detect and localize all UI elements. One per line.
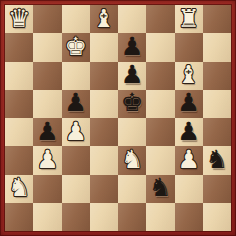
square-g2[interactable] xyxy=(175,175,203,203)
square-a1[interactable] xyxy=(5,203,33,231)
square-c8[interactable] xyxy=(62,5,90,33)
square-b7[interactable] xyxy=(33,33,61,61)
square-g8[interactable]: ♜ xyxy=(175,5,203,33)
square-c3[interactable] xyxy=(62,146,90,174)
square-g7[interactable] xyxy=(175,33,203,61)
square-c5[interactable]: ♟ xyxy=(62,90,90,118)
white-knight-piece[interactable]: ♞ xyxy=(121,147,143,172)
square-g4[interactable]: ♟ xyxy=(175,118,203,146)
white-bishop-piece[interactable]: ♝ xyxy=(93,6,115,31)
square-b4[interactable]: ♟ xyxy=(33,118,61,146)
square-h5[interactable] xyxy=(203,90,231,118)
square-h2[interactable] xyxy=(203,175,231,203)
square-c6[interactable] xyxy=(62,62,90,90)
black-pawn-piece[interactable]: ♟ xyxy=(64,90,86,115)
square-a4[interactable] xyxy=(5,118,33,146)
square-d2[interactable] xyxy=(90,175,118,203)
black-knight-piece[interactable]: ♞ xyxy=(149,175,171,200)
square-c4[interactable]: ♟ xyxy=(62,118,90,146)
square-b5[interactable] xyxy=(33,90,61,118)
square-e7[interactable]: ♟ xyxy=(118,33,146,61)
square-f6[interactable] xyxy=(146,62,174,90)
square-a8[interactable]: ♛ xyxy=(5,5,33,33)
square-c2[interactable] xyxy=(62,175,90,203)
square-c7[interactable]: ♚ xyxy=(62,33,90,61)
square-g6[interactable]: ♝ xyxy=(175,62,203,90)
square-b3[interactable]: ♟ xyxy=(33,146,61,174)
square-d6[interactable] xyxy=(90,62,118,90)
square-a7[interactable] xyxy=(5,33,33,61)
black-pawn-piece[interactable]: ♟ xyxy=(36,119,58,144)
black-king-piece[interactable]: ♚ xyxy=(121,90,143,115)
square-a6[interactable] xyxy=(5,62,33,90)
square-a3[interactable] xyxy=(5,146,33,174)
square-h7[interactable] xyxy=(203,33,231,61)
square-a5[interactable] xyxy=(5,90,33,118)
square-a2[interactable]: ♞ xyxy=(5,175,33,203)
square-e4[interactable] xyxy=(118,118,146,146)
square-f4[interactable] xyxy=(146,118,174,146)
white-queen-piece[interactable]: ♛ xyxy=(8,6,30,31)
square-g1[interactable] xyxy=(175,203,203,231)
square-f2[interactable]: ♞ xyxy=(146,175,174,203)
square-e2[interactable] xyxy=(118,175,146,203)
square-b6[interactable] xyxy=(33,62,61,90)
square-g5[interactable]: ♟ xyxy=(175,90,203,118)
square-e5[interactable]: ♚ xyxy=(118,90,146,118)
square-e8[interactable] xyxy=(118,5,146,33)
square-d7[interactable] xyxy=(90,33,118,61)
square-h4[interactable] xyxy=(203,118,231,146)
white-king-piece[interactable]: ♚ xyxy=(64,34,86,59)
white-knight-piece[interactable]: ♞ xyxy=(8,175,30,200)
square-h8[interactable] xyxy=(203,5,231,33)
board-frame: ♛♝♜♚♟♟♝♟♚♟♟♟♟♟♞♟♞♞♞ xyxy=(0,0,236,236)
square-e1[interactable] xyxy=(118,203,146,231)
chess-board: ♛♝♜♚♟♟♝♟♚♟♟♟♟♟♞♟♞♞♞ xyxy=(5,5,231,231)
square-b2[interactable] xyxy=(33,175,61,203)
white-rook-piece[interactable]: ♜ xyxy=(177,6,199,31)
square-f5[interactable] xyxy=(146,90,174,118)
black-pawn-piece[interactable]: ♟ xyxy=(121,62,143,87)
square-d8[interactable]: ♝ xyxy=(90,5,118,33)
white-pawn-piece[interactable]: ♟ xyxy=(36,147,58,172)
white-pawn-piece[interactable]: ♟ xyxy=(64,119,86,144)
square-h1[interactable] xyxy=(203,203,231,231)
square-b1[interactable] xyxy=(33,203,61,231)
square-e6[interactable]: ♟ xyxy=(118,62,146,90)
white-pawn-piece[interactable]: ♟ xyxy=(177,147,199,172)
square-d5[interactable] xyxy=(90,90,118,118)
square-d1[interactable] xyxy=(90,203,118,231)
square-h6[interactable] xyxy=(203,62,231,90)
square-f3[interactable] xyxy=(146,146,174,174)
square-e3[interactable]: ♞ xyxy=(118,146,146,174)
square-d4[interactable] xyxy=(90,118,118,146)
white-bishop-piece[interactable]: ♝ xyxy=(177,62,199,87)
square-g3[interactable]: ♟ xyxy=(175,146,203,174)
black-knight-piece[interactable]: ♞ xyxy=(206,147,228,172)
square-f1[interactable] xyxy=(146,203,174,231)
square-f7[interactable] xyxy=(146,33,174,61)
black-pawn-piece[interactable]: ♟ xyxy=(177,119,199,144)
square-d3[interactable] xyxy=(90,146,118,174)
black-pawn-piece[interactable]: ♟ xyxy=(121,34,143,59)
square-c1[interactable] xyxy=(62,203,90,231)
square-b8[interactable] xyxy=(33,5,61,33)
black-pawn-piece[interactable]: ♟ xyxy=(177,90,199,115)
square-f8[interactable] xyxy=(146,5,174,33)
square-h3[interactable]: ♞ xyxy=(203,146,231,174)
